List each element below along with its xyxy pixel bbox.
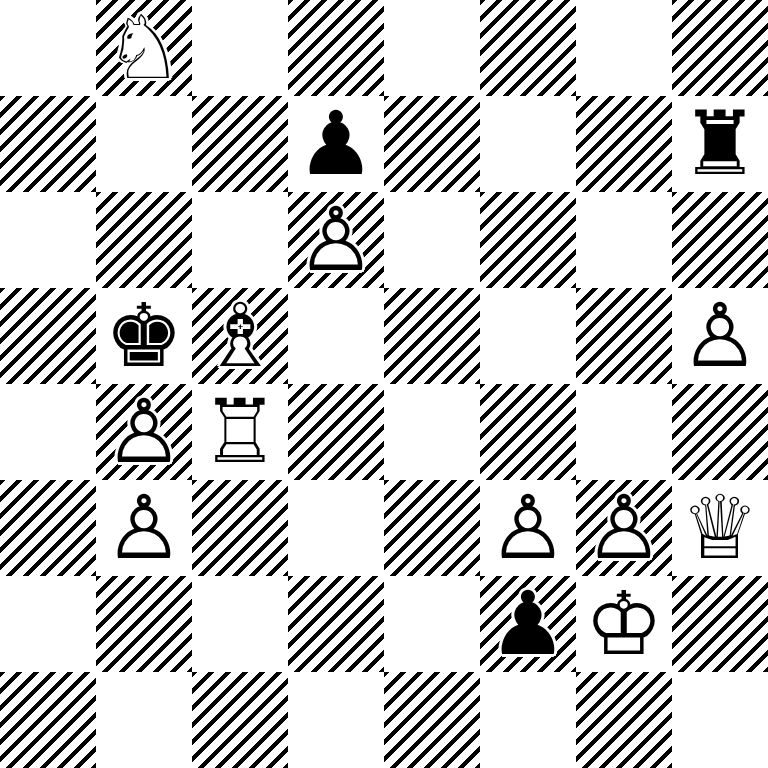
square-h2[interactable] <box>672 576 768 672</box>
square-c6[interactable] <box>192 192 288 288</box>
square-g7[interactable] <box>576 96 672 192</box>
square-f2[interactable]: ♟ <box>480 576 576 672</box>
piece-white-rook: ♖ <box>192 384 288 480</box>
square-c3[interactable] <box>192 480 288 576</box>
white-pawn-backing: ♟ <box>96 480 192 576</box>
piece-black-pawn: ♟ <box>288 96 384 192</box>
square-e8[interactable] <box>384 0 480 96</box>
piece-black-pawn: ♟ <box>480 576 576 672</box>
square-b4[interactable]: ♟♙ <box>96 384 192 480</box>
square-b6[interactable] <box>96 192 192 288</box>
piece-white-king: ♔ <box>576 576 672 672</box>
square-e3[interactable] <box>384 480 480 576</box>
white-pawn-backing: ♟ <box>288 192 384 288</box>
square-d4[interactable] <box>288 384 384 480</box>
piece-white-pawn: ♙ <box>96 384 192 480</box>
white-knight-backing: ♞ <box>96 0 192 96</box>
square-c1[interactable] <box>192 672 288 768</box>
square-b3[interactable]: ♟♙ <box>96 480 192 576</box>
square-d1[interactable] <box>288 672 384 768</box>
square-f5[interactable] <box>480 288 576 384</box>
square-g2[interactable]: ♚♔ <box>576 576 672 672</box>
square-d7[interactable]: ♟ <box>288 96 384 192</box>
square-g6[interactable] <box>576 192 672 288</box>
square-g5[interactable] <box>576 288 672 384</box>
square-f4[interactable] <box>480 384 576 480</box>
square-c5[interactable]: ♝♗ <box>192 288 288 384</box>
square-b5[interactable]: ♚ <box>96 288 192 384</box>
white-king-backing: ♚ <box>576 576 672 672</box>
square-c2[interactable] <box>192 576 288 672</box>
white-pawn-backing: ♟ <box>96 384 192 480</box>
square-b1[interactable] <box>96 672 192 768</box>
square-a2[interactable] <box>0 576 96 672</box>
square-d6[interactable]: ♟♙ <box>288 192 384 288</box>
white-pawn-backing: ♟ <box>480 480 576 576</box>
piece-white-pawn: ♙ <box>576 480 672 576</box>
square-a4[interactable] <box>0 384 96 480</box>
square-e2[interactable] <box>384 576 480 672</box>
square-f6[interactable] <box>480 192 576 288</box>
piece-white-pawn: ♙ <box>288 192 384 288</box>
square-h8[interactable] <box>672 0 768 96</box>
square-h4[interactable] <box>672 384 768 480</box>
square-g4[interactable] <box>576 384 672 480</box>
white-bishop-backing: ♝ <box>192 288 288 384</box>
square-a1[interactable] <box>0 672 96 768</box>
white-pawn-backing: ♟ <box>576 480 672 576</box>
white-rook-backing: ♜ <box>192 384 288 480</box>
square-e1[interactable] <box>384 672 480 768</box>
square-c7[interactable] <box>192 96 288 192</box>
square-a5[interactable] <box>0 288 96 384</box>
square-a3[interactable] <box>0 480 96 576</box>
square-g3[interactable]: ♟♙ <box>576 480 672 576</box>
square-b8[interactable]: ♞♘ <box>96 0 192 96</box>
square-h6[interactable] <box>672 192 768 288</box>
square-f8[interactable] <box>480 0 576 96</box>
white-queen-backing: ♛ <box>672 480 768 576</box>
square-b7[interactable] <box>96 96 192 192</box>
piece-white-knight: ♘ <box>96 0 192 96</box>
square-f1[interactable] <box>480 672 576 768</box>
square-c8[interactable] <box>192 0 288 96</box>
piece-black-rook: ♜ <box>672 96 768 192</box>
square-d5[interactable] <box>288 288 384 384</box>
piece-white-pawn: ♙ <box>96 480 192 576</box>
piece-white-queen: ♕ <box>672 480 768 576</box>
square-a6[interactable] <box>0 192 96 288</box>
piece-white-bishop: ♗ <box>192 288 288 384</box>
square-e7[interactable] <box>384 96 480 192</box>
square-e4[interactable] <box>384 384 480 480</box>
square-h3[interactable]: ♛♕ <box>672 480 768 576</box>
square-g1[interactable] <box>576 672 672 768</box>
chess-board: ♞♘♟♜♟♙♚♝♗♟♙♟♙♜♖♟♙♟♙♟♙♛♕♟♚♔ <box>0 0 768 768</box>
square-g8[interactable] <box>576 0 672 96</box>
square-e6[interactable] <box>384 192 480 288</box>
square-d2[interactable] <box>288 576 384 672</box>
square-h7[interactable]: ♜ <box>672 96 768 192</box>
piece-white-pawn: ♙ <box>480 480 576 576</box>
square-d8[interactable] <box>288 0 384 96</box>
white-pawn-backing: ♟ <box>672 288 768 384</box>
square-h5[interactable]: ♟♙ <box>672 288 768 384</box>
piece-black-king: ♚ <box>96 288 192 384</box>
square-f7[interactable] <box>480 96 576 192</box>
square-a7[interactable] <box>0 96 96 192</box>
square-h1[interactable] <box>672 672 768 768</box>
square-f3[interactable]: ♟♙ <box>480 480 576 576</box>
square-d3[interactable] <box>288 480 384 576</box>
square-c4[interactable]: ♜♖ <box>192 384 288 480</box>
piece-white-pawn: ♙ <box>672 288 768 384</box>
square-a8[interactable] <box>0 0 96 96</box>
square-b2[interactable] <box>96 576 192 672</box>
square-e5[interactable] <box>384 288 480 384</box>
